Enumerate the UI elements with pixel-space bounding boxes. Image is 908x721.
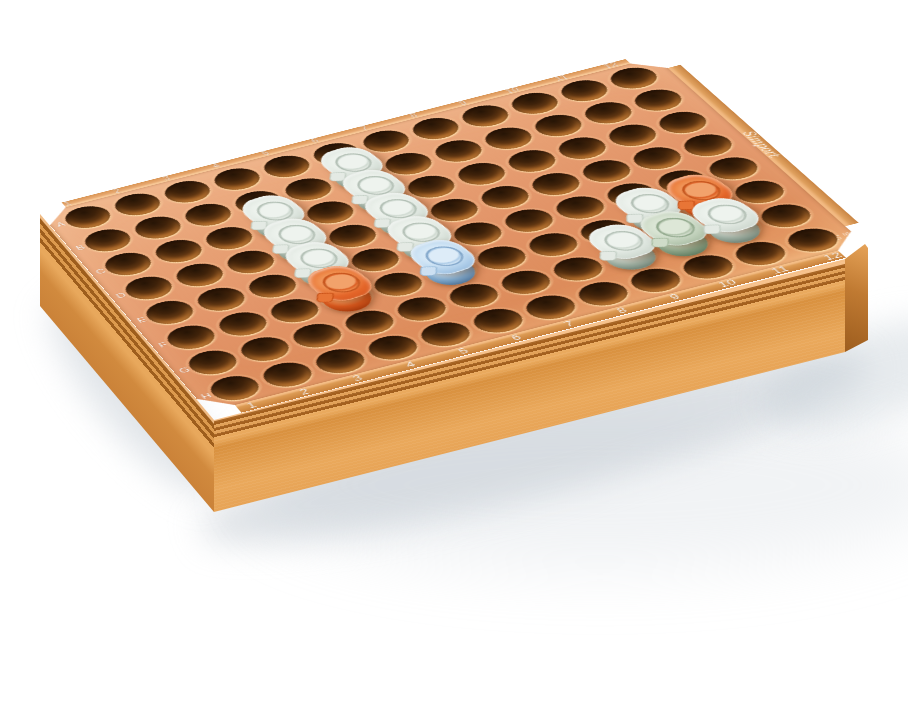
cap-hinge-tab [316,293,334,303]
cap-ring [700,201,755,228]
cap-hinge-tab [652,238,669,248]
cap-hinge-tab [600,251,617,261]
cap-ring [315,269,367,296]
tube-rack-photo: Simport STD5-10 ABCDEFGH1122334455667788… [0,0,908,721]
cap-hinge-tab [703,225,720,235]
cap-ring [418,243,471,270]
cap-hinge-tab [420,266,438,276]
